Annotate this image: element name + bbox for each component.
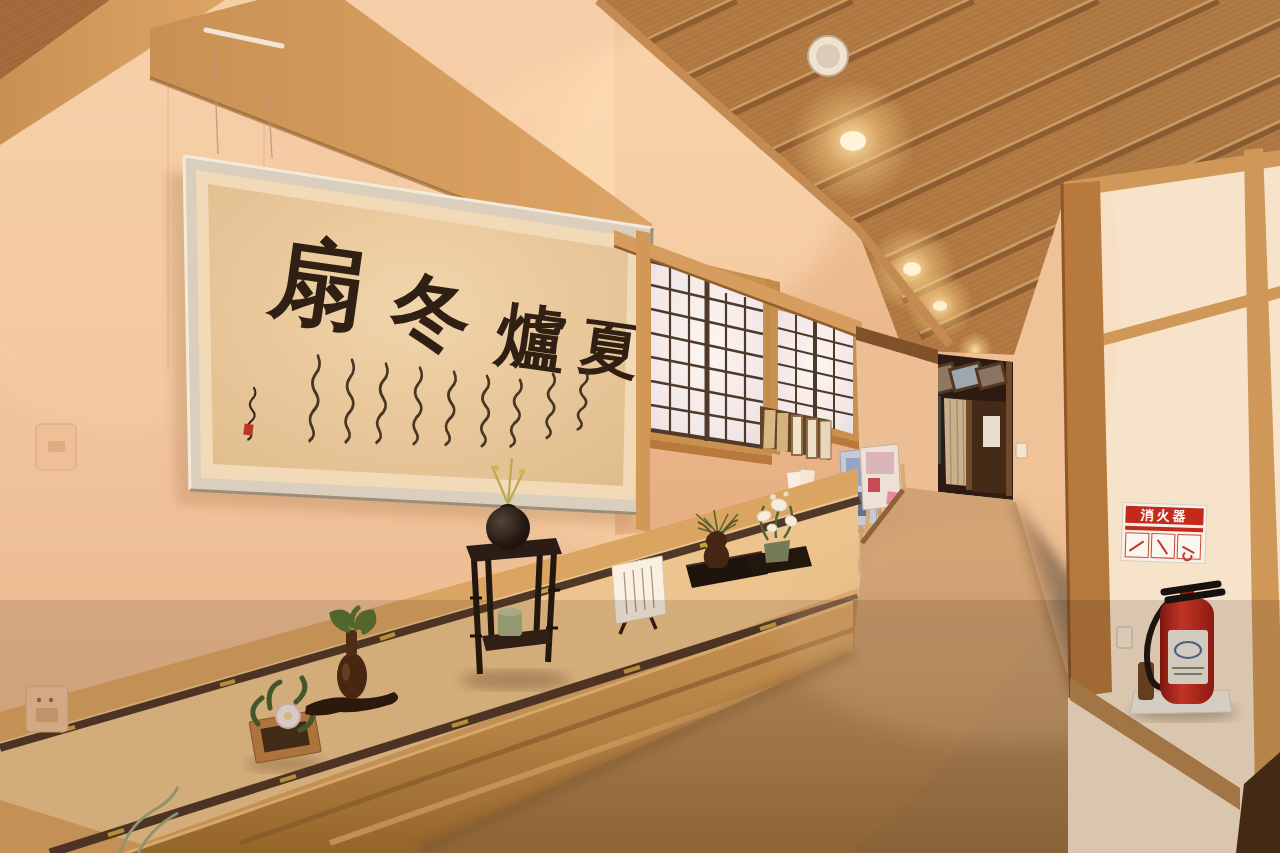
- warm-cast: [0, 0, 1120, 853]
- sign-panel-3: [1177, 534, 1201, 559]
- sign-title-text: 消火器: [1139, 507, 1188, 524]
- ryokan-hallway-photo: 扇 冬 爐 夏: [0, 0, 1280, 853]
- atmosphere: [0, 0, 1280, 853]
- scene-canvas: 扇 冬 爐 夏: [0, 0, 1280, 853]
- fire-extinguisher-sign: 消火器: [1121, 503, 1207, 564]
